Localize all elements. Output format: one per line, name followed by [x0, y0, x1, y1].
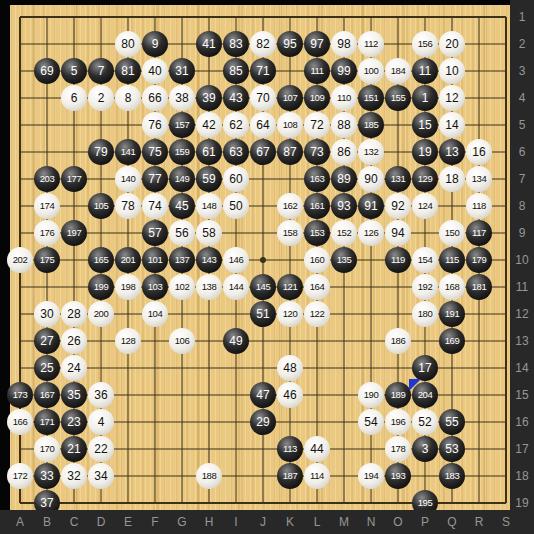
move-number: 103	[148, 282, 163, 292]
column-label-E: E	[119, 515, 137, 529]
stone-white-44: 44	[304, 436, 330, 462]
stone-black-19: 19	[412, 139, 438, 165]
stone-black-163: 163	[304, 166, 330, 192]
stone-white-6: 6	[61, 85, 87, 111]
stone-white-138: 138	[196, 274, 222, 300]
stone-black-9: 9	[142, 31, 168, 57]
stone-white-66: 66	[142, 85, 168, 111]
stone-black-57: 57	[142, 220, 168, 246]
column-coordinates-strip: ABCDEFGHIJKLMNOPQRS	[0, 510, 534, 534]
stone-white-192: 192	[412, 274, 438, 300]
stone-white-128: 128	[115, 328, 141, 354]
move-number: 178	[391, 444, 406, 454]
stone-black-111: 111	[304, 58, 330, 84]
stone-white-4: 4	[88, 409, 114, 435]
move-number: 180	[418, 309, 433, 319]
stone-black-71: 71	[250, 58, 276, 84]
move-number: 172	[13, 471, 28, 481]
move-number: 69	[40, 65, 53, 77]
column-label-I: I	[227, 515, 245, 529]
move-number: 75	[148, 146, 161, 158]
stone-white-62: 62	[223, 112, 249, 138]
stone-white-196: 196	[385, 409, 411, 435]
row-label-2: 2	[510, 37, 534, 51]
move-number: 102	[175, 282, 190, 292]
move-number: 1	[422, 92, 429, 104]
stone-black-35: 35	[61, 382, 87, 408]
move-number: 41	[202, 38, 215, 50]
stone-white-190: 190	[358, 382, 384, 408]
stone-black-141: 141	[115, 139, 141, 165]
move-number: 8	[125, 92, 132, 104]
stone-black-161: 161	[304, 193, 330, 219]
move-number: 169	[445, 336, 460, 346]
move-number: 28	[67, 308, 80, 320]
stone-white-174: 174	[34, 193, 60, 219]
move-number: 3	[422, 443, 429, 455]
stone-black-151: 151	[358, 85, 384, 111]
stone-black-81: 81	[115, 58, 141, 84]
column-label-B: B	[38, 515, 56, 529]
move-number: 71	[256, 65, 269, 77]
stone-black-201: 201	[115, 247, 141, 273]
row-label-19: 19	[510, 496, 534, 510]
stone-white-16: 16	[466, 139, 492, 165]
stone-black-183: 183	[439, 463, 465, 489]
stone-black-73: 73	[304, 139, 330, 165]
stone-black-75: 75	[142, 139, 168, 165]
move-number: 73	[310, 146, 323, 158]
stone-black-117: 117	[466, 220, 492, 246]
row-coordinates-strip: 12345678910111213141516171819	[510, 0, 534, 534]
move-number: 25	[40, 362, 53, 374]
stone-white-46: 46	[277, 382, 303, 408]
move-number: 4	[98, 416, 105, 428]
move-number: 107	[283, 93, 298, 103]
stone-black-55: 55	[439, 409, 465, 435]
star-point	[260, 257, 266, 263]
row-label-18: 18	[510, 469, 534, 483]
go-board[interactable]: 1234567891011121314151617181920212223242…	[10, 5, 510, 510]
move-number: 54	[364, 416, 377, 428]
move-number: 171	[40, 417, 55, 427]
move-number: 38	[175, 92, 188, 104]
stone-white-150: 150	[439, 220, 465, 246]
stone-black-13: 13	[439, 139, 465, 165]
move-number: 2	[98, 92, 105, 104]
stone-white-22: 22	[88, 436, 114, 462]
move-number: 197	[67, 228, 82, 238]
move-number: 50	[229, 200, 242, 212]
stone-white-118: 118	[466, 193, 492, 219]
column-label-F: F	[146, 515, 164, 529]
stone-black-3: 3	[412, 436, 438, 462]
move-number: 33	[40, 470, 53, 482]
move-number: 43	[229, 92, 242, 104]
move-number: 186	[391, 336, 406, 346]
move-number: 121	[283, 282, 298, 292]
move-number: 7	[98, 65, 105, 77]
stone-white-132: 132	[358, 139, 384, 165]
stone-black-61: 61	[196, 139, 222, 165]
stone-black-99: 99	[331, 58, 357, 84]
row-label-15: 15	[510, 388, 534, 402]
move-number: 195	[418, 498, 433, 508]
move-number: 6	[71, 92, 78, 104]
stone-white-144: 144	[223, 274, 249, 300]
stone-black-29: 29	[250, 409, 276, 435]
column-label-J: J	[254, 515, 272, 529]
stone-black-171: 171	[34, 409, 60, 435]
stone-white-162: 162	[277, 193, 303, 219]
move-number: 150	[445, 228, 460, 238]
move-number: 109	[310, 93, 325, 103]
stone-black-197: 197	[61, 220, 87, 246]
stone-black-5: 5	[61, 58, 87, 84]
stone-white-186: 186	[385, 328, 411, 354]
stone-black-191: 191	[439, 301, 465, 327]
stone-black-101: 101	[142, 247, 168, 273]
stone-white-154: 154	[412, 247, 438, 273]
stone-black-93: 93	[331, 193, 357, 219]
stone-black-103: 103	[142, 274, 168, 300]
stone-white-188: 188	[196, 463, 222, 489]
stone-black-115: 115	[439, 247, 465, 273]
stone-black-47: 47	[250, 382, 276, 408]
move-number: 156	[418, 39, 433, 49]
stone-black-43: 43	[223, 85, 249, 111]
move-number: 128	[121, 336, 136, 346]
stone-white-74: 74	[142, 193, 168, 219]
row-label-7: 7	[510, 172, 534, 186]
column-label-N: N	[362, 515, 380, 529]
move-number: 35	[67, 389, 80, 401]
stone-white-88: 88	[331, 112, 357, 138]
move-number: 164	[310, 282, 325, 292]
move-number: 45	[175, 200, 188, 212]
move-number: 85	[229, 65, 242, 77]
move-number: 80	[121, 38, 134, 50]
move-number: 160	[310, 255, 325, 265]
move-number: 138	[202, 282, 217, 292]
stone-white-94: 94	[385, 220, 411, 246]
stone-black-23: 23	[61, 409, 87, 435]
row-label-11: 11	[510, 280, 534, 294]
move-number: 132	[364, 147, 379, 157]
move-number: 145	[256, 282, 271, 292]
stone-white-60: 60	[223, 166, 249, 192]
move-number: 122	[310, 309, 325, 319]
stone-white-152: 152	[331, 220, 357, 246]
move-number: 32	[67, 470, 80, 482]
move-number: 59	[202, 173, 215, 185]
row-label-1: 1	[510, 10, 534, 24]
column-label-A: A	[11, 515, 29, 529]
stone-white-166: 166	[7, 409, 33, 435]
move-number: 39	[202, 92, 215, 104]
move-number: 176	[40, 228, 55, 238]
stone-black-17: 17	[412, 355, 438, 381]
move-number: 101	[148, 255, 163, 265]
row-label-6: 6	[510, 145, 534, 159]
stone-white-48: 48	[277, 355, 303, 381]
move-number: 161	[310, 201, 325, 211]
move-number: 88	[337, 119, 350, 131]
stone-white-58: 58	[196, 220, 222, 246]
move-number: 137	[175, 255, 190, 265]
move-number: 131	[391, 174, 406, 184]
stone-white-134: 134	[466, 166, 492, 192]
stone-white-146: 146	[223, 247, 249, 273]
stone-white-32: 32	[61, 463, 87, 489]
move-number: 70	[256, 92, 269, 104]
stone-black-155: 155	[385, 85, 411, 111]
move-number: 119	[391, 255, 405, 265]
stone-white-10: 10	[439, 58, 465, 84]
stone-white-180: 180	[412, 301, 438, 327]
row-label-8: 8	[510, 199, 534, 213]
move-number: 53	[445, 443, 458, 455]
move-number: 151	[364, 93, 379, 103]
move-number: 23	[67, 416, 80, 428]
stone-white-104: 104	[142, 301, 168, 327]
move-number: 57	[148, 227, 161, 239]
stone-black-11: 11	[412, 58, 438, 84]
stone-white-14: 14	[439, 112, 465, 138]
move-number: 94	[391, 227, 404, 239]
stone-white-26: 26	[61, 328, 87, 354]
move-number: 118	[472, 201, 486, 211]
column-label-R: R	[470, 515, 488, 529]
stone-black-79: 79	[88, 139, 114, 165]
stone-white-78: 78	[115, 193, 141, 219]
stone-black-159: 159	[169, 139, 195, 165]
move-number: 192	[418, 282, 433, 292]
stone-black-7: 7	[88, 58, 114, 84]
move-number: 134	[472, 174, 487, 184]
move-number: 79	[94, 146, 107, 158]
move-number: 174	[40, 201, 55, 211]
move-number: 166	[13, 417, 28, 427]
stone-black-167: 167	[34, 382, 60, 408]
move-number: 52	[418, 416, 431, 428]
row-label-12: 12	[510, 307, 534, 321]
move-number: 175	[40, 255, 55, 265]
move-number: 158	[283, 228, 298, 238]
stone-black-143: 143	[196, 247, 222, 273]
move-number: 97	[310, 38, 323, 50]
column-label-S: S	[497, 515, 515, 529]
move-number: 62	[229, 119, 242, 131]
stone-white-2: 2	[88, 85, 114, 111]
move-number: 110	[337, 93, 351, 103]
stone-white-42: 42	[196, 112, 222, 138]
move-number: 140	[121, 174, 136, 184]
stone-black-53: 53	[439, 436, 465, 462]
move-number: 126	[364, 228, 379, 238]
move-number: 201	[121, 255, 136, 265]
move-number: 143	[202, 255, 217, 265]
stone-white-120: 120	[277, 301, 303, 327]
move-number: 111	[310, 66, 323, 76]
move-number: 113	[283, 444, 297, 454]
move-number: 162	[283, 201, 298, 211]
row-label-5: 5	[510, 118, 534, 132]
stone-black-49: 49	[223, 328, 249, 354]
row-label-13: 13	[510, 334, 534, 348]
stone-black-59: 59	[196, 166, 222, 192]
move-number: 129	[418, 174, 433, 184]
move-number: 149	[175, 174, 190, 184]
stone-white-56: 56	[169, 220, 195, 246]
stone-white-20: 20	[439, 31, 465, 57]
stone-black-1: 1	[412, 85, 438, 111]
stone-white-18: 18	[439, 166, 465, 192]
stone-black-193: 193	[385, 463, 411, 489]
move-number: 173	[13, 390, 28, 400]
move-number: 200	[94, 309, 109, 319]
move-number: 30	[40, 308, 53, 320]
move-number: 81	[121, 65, 134, 77]
row-label-3: 3	[510, 64, 534, 78]
move-number: 21	[67, 443, 80, 455]
move-number: 157	[175, 120, 190, 130]
stone-black-121: 121	[277, 274, 303, 300]
move-number: 98	[337, 38, 350, 50]
move-number: 193	[391, 471, 406, 481]
column-label-K: K	[281, 515, 299, 529]
move-number: 16	[472, 146, 485, 158]
move-number: 168	[445, 282, 460, 292]
move-number: 187	[283, 471, 298, 481]
move-number: 152	[337, 228, 352, 238]
move-number: 12	[445, 92, 458, 104]
move-number: 104	[148, 309, 163, 319]
column-label-H: H	[200, 515, 218, 529]
stone-black-107: 107	[277, 85, 303, 111]
stone-white-102: 102	[169, 274, 195, 300]
last-move-marker	[409, 379, 421, 391]
stone-black-51: 51	[250, 301, 276, 327]
move-number: 83	[229, 38, 242, 50]
stone-white-30: 30	[34, 301, 60, 327]
stone-black-105: 105	[88, 193, 114, 219]
move-number: 183	[445, 471, 460, 481]
row-label-9: 9	[510, 226, 534, 240]
move-number: 100	[364, 66, 379, 76]
stone-black-169: 169	[439, 328, 465, 354]
stone-white-92: 92	[385, 193, 411, 219]
column-label-M: M	[335, 515, 353, 529]
stone-white-80: 80	[115, 31, 141, 57]
stone-black-199: 199	[88, 274, 114, 300]
move-number: 22	[94, 443, 107, 455]
move-number: 185	[364, 120, 379, 130]
stone-white-36: 36	[88, 382, 114, 408]
move-number: 77	[148, 173, 161, 185]
stone-black-25: 25	[34, 355, 60, 381]
stone-white-172: 172	[7, 463, 33, 489]
move-number: 18	[445, 173, 458, 185]
stone-white-40: 40	[142, 58, 168, 84]
move-number: 66	[148, 92, 161, 104]
stone-white-122: 122	[304, 301, 330, 327]
stone-black-87: 87	[277, 139, 303, 165]
move-number: 204	[418, 390, 433, 400]
move-number: 191	[445, 309, 460, 319]
move-number: 163	[310, 174, 325, 184]
stone-black-31: 31	[169, 58, 195, 84]
stone-white-164: 164	[304, 274, 330, 300]
move-number: 108	[283, 120, 298, 130]
stone-white-100: 100	[358, 58, 384, 84]
move-number: 67	[256, 146, 269, 158]
stone-black-21: 21	[61, 436, 87, 462]
move-number: 91	[364, 200, 377, 212]
stone-black-187: 187	[277, 463, 303, 489]
stone-black-181: 181	[466, 274, 492, 300]
move-number: 115	[445, 255, 459, 265]
move-number: 114	[310, 471, 324, 481]
move-number: 51	[256, 308, 269, 320]
stone-white-112: 112	[358, 31, 384, 57]
stone-white-148: 148	[196, 193, 222, 219]
move-number: 64	[256, 119, 269, 131]
stone-black-39: 39	[196, 85, 222, 111]
stone-white-82: 82	[250, 31, 276, 57]
move-number: 144	[229, 282, 244, 292]
move-number: 188	[202, 471, 217, 481]
stone-white-12: 12	[439, 85, 465, 111]
column-label-Q: Q	[443, 515, 461, 529]
stone-black-177: 177	[61, 166, 87, 192]
move-number: 19	[418, 146, 431, 158]
stone-white-114: 114	[304, 463, 330, 489]
move-number: 135	[337, 255, 352, 265]
move-number: 155	[391, 93, 406, 103]
column-label-D: D	[92, 515, 110, 529]
move-number: 78	[121, 200, 134, 212]
move-number: 13	[445, 146, 458, 158]
stone-white-194: 194	[358, 463, 384, 489]
stone-white-90: 90	[358, 166, 384, 192]
move-number: 76	[148, 119, 161, 131]
stone-white-140: 140	[115, 166, 141, 192]
stone-black-63: 63	[223, 139, 249, 165]
move-number: 189	[391, 390, 406, 400]
move-number: 89	[337, 173, 350, 185]
stone-white-200: 200	[88, 301, 114, 327]
stone-white-8: 8	[115, 85, 141, 111]
move-number: 36	[94, 389, 107, 401]
stone-black-97: 97	[304, 31, 330, 57]
move-number: 203	[40, 174, 55, 184]
move-number: 159	[175, 147, 190, 157]
move-number: 92	[391, 200, 404, 212]
stone-black-27: 27	[34, 328, 60, 354]
move-number: 26	[67, 335, 80, 347]
stone-white-54: 54	[358, 409, 384, 435]
stone-black-189: 189	[385, 382, 411, 408]
stone-white-126: 126	[358, 220, 384, 246]
move-number: 153	[310, 228, 325, 238]
go-kifu-viewer: 1234567891011121314151617181920212223242…	[0, 0, 534, 534]
move-number: 179	[472, 255, 487, 265]
move-number: 55	[445, 416, 458, 428]
move-number: 199	[94, 282, 109, 292]
stone-white-160: 160	[304, 247, 330, 273]
row-label-14: 14	[510, 361, 534, 375]
